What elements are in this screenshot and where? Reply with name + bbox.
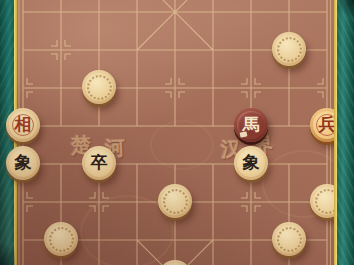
intersection-8-8[interactable] (308, 259, 346, 265)
intersection-3-6[interactable] (118, 183, 156, 221)
intersection-2-4[interactable] (80, 107, 118, 145)
piece-hidden-piece[interactable] (44, 222, 78, 256)
piece-red-elephant[interactable]: 相 (6, 108, 40, 142)
intersection-0-7[interactable] (4, 221, 42, 259)
intersection-4-8[interactable] (156, 259, 194, 265)
intersection-7-6[interactable] (270, 183, 308, 221)
intersection-1-6[interactable] (42, 183, 80, 221)
intersection-5-2[interactable] (194, 31, 232, 69)
piece-hidden-piece[interactable] (158, 184, 192, 218)
piece-red-soldier[interactable]: 兵 (310, 108, 344, 142)
intersection-2-6[interactable] (80, 183, 118, 221)
intersection-0-1[interactable] (4, 0, 42, 31)
intersection-5-1[interactable] (194, 0, 232, 31)
intersection-3-8[interactable] (118, 259, 156, 265)
intersection-0-3[interactable] (4, 69, 42, 107)
intersection-6-6[interactable] (232, 183, 270, 221)
piece-black-elephant[interactable]: 象 (234, 146, 268, 180)
intersection-6-3[interactable] (232, 69, 270, 107)
intersection-7-4[interactable] (270, 107, 308, 145)
intersection-4-3[interactable] (156, 69, 194, 107)
intersection-1-8[interactable] (42, 259, 80, 265)
intersection-2-7[interactable] (80, 221, 118, 259)
piece-hidden-piece[interactable] (272, 32, 306, 66)
intersection-4-2[interactable] (156, 31, 194, 69)
intersection-3-1[interactable] (118, 0, 156, 31)
intersection-2-2[interactable] (80, 31, 118, 69)
piece-hidden-piece[interactable] (158, 260, 192, 265)
intersection-4-4[interactable] (156, 107, 194, 145)
intersection-2-3[interactable] (80, 69, 118, 107)
intersection-5-7[interactable] (194, 221, 232, 259)
intersection-5-3[interactable] (194, 69, 232, 107)
intersection-6-8[interactable] (232, 259, 270, 265)
intersection-1-2[interactable] (42, 31, 80, 69)
intersection-3-5[interactable] (118, 145, 156, 183)
intersection-1-7[interactable] (42, 221, 80, 259)
intersection-8-3[interactable] (308, 69, 346, 107)
intersection-4-7[interactable] (156, 221, 194, 259)
intersection-2-5[interactable]: 卒 (80, 145, 118, 183)
intersection-8-2[interactable] (308, 31, 346, 69)
intersection-8-7[interactable] (308, 221, 346, 259)
intersection-7-1[interactable] (270, 0, 308, 31)
piece-black-elephant[interactable]: 象 (6, 146, 40, 180)
intersection-8-6[interactable] (308, 183, 346, 221)
intersection-2-1[interactable] (80, 0, 118, 31)
intersection-7-5[interactable] (270, 145, 308, 183)
intersection-8-4[interactable]: 兵 (308, 107, 346, 145)
intersection-8-1[interactable] (308, 0, 346, 31)
intersection-0-8[interactable] (4, 259, 42, 265)
intersection-5-4[interactable] (194, 107, 232, 145)
intersection-3-4[interactable] (118, 107, 156, 145)
intersection-7-3[interactable] (270, 69, 308, 107)
piece-black-soldier[interactable]: 卒 (82, 146, 116, 180)
intersection-1-4[interactable] (42, 107, 80, 145)
piece-hidden-piece[interactable] (310, 184, 344, 218)
intersection-7-7[interactable] (270, 221, 308, 259)
intersection-4-6[interactable] (156, 183, 194, 221)
board-grid[interactable]: 相馬兵象卒象 (4, 0, 346, 265)
intersection-8-5[interactable] (308, 145, 346, 183)
intersection-0-2[interactable] (4, 31, 42, 69)
intersection-0-4[interactable]: 相 (4, 107, 42, 145)
intersection-2-8[interactable] (80, 259, 118, 265)
intersection-7-2[interactable] (270, 31, 308, 69)
piece-hidden-piece[interactable] (82, 70, 116, 104)
intersection-5-6[interactable] (194, 183, 232, 221)
intersection-5-8[interactable] (194, 259, 232, 265)
intersection-3-3[interactable] (118, 69, 156, 107)
piece-hidden-piece[interactable] (272, 222, 306, 256)
intersection-4-1[interactable] (156, 0, 194, 31)
intersection-6-2[interactable] (232, 31, 270, 69)
intersection-1-5[interactable] (42, 145, 80, 183)
intersection-5-5[interactable] (194, 145, 232, 183)
intersection-6-4[interactable]: 馬 (232, 107, 270, 145)
intersection-6-5[interactable]: 象 (232, 145, 270, 183)
intersection-6-1[interactable] (232, 0, 270, 31)
intersection-7-8[interactable] (270, 259, 308, 265)
intersection-3-2[interactable] (118, 31, 156, 69)
intersection-0-5[interactable]: 象 (4, 145, 42, 183)
intersection-3-7[interactable] (118, 221, 156, 259)
intersection-1-3[interactable] (42, 69, 80, 107)
intersection-4-5[interactable] (156, 145, 194, 183)
piece-horse-maroon[interactable]: 馬 (234, 108, 268, 142)
intersection-1-1[interactable] (42, 0, 80, 31)
intersection-0-6[interactable] (4, 183, 42, 221)
intersection-6-7[interactable] (232, 221, 270, 259)
